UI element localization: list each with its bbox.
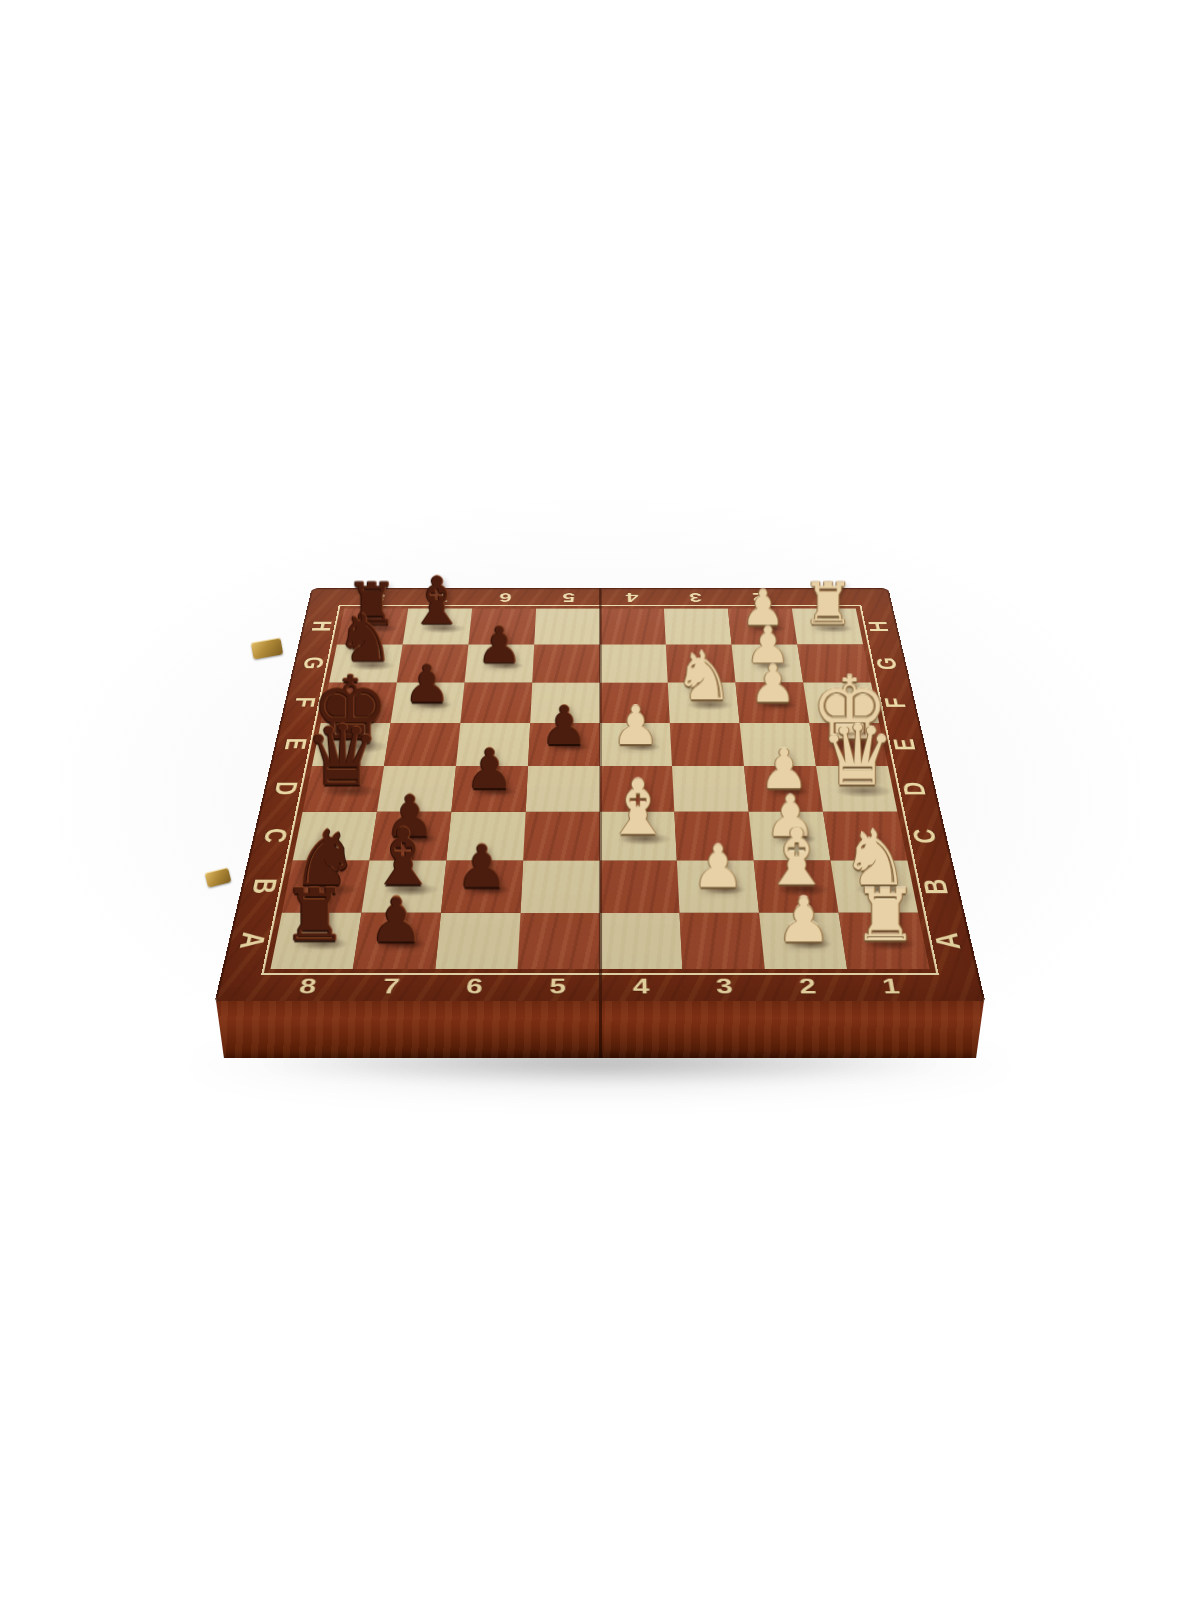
coord-top-1: 1 bbox=[805, 590, 839, 604]
chess-board: ♜♝♟♜♞♟♟♟♞♟♚♟♟♚♛♟♟♛♟♝♟♞♝♟♟♝♞♜♟♟♜ 88HH77GG… bbox=[214, 588, 985, 1003]
square-d1[interactable]: ♛ bbox=[816, 766, 897, 812]
square-e5[interactable]: ♟ bbox=[528, 723, 600, 766]
black-pawn-a7[interactable]: ♟ bbox=[369, 890, 424, 951]
square-g6[interactable]: ♟ bbox=[465, 645, 535, 683]
square-c4[interactable]: ♝ bbox=[600, 812, 677, 861]
square-a5[interactable] bbox=[518, 913, 600, 969]
white-rook-a1[interactable]: ♜ bbox=[853, 879, 918, 951]
white-queen-d1[interactable]: ♛ bbox=[820, 714, 895, 798]
coord-left-G: G bbox=[296, 654, 332, 673]
square-b5[interactable] bbox=[520, 861, 600, 913]
coord-top-3: 3 bbox=[679, 590, 712, 604]
black-pawn-d6[interactable]: ♟ bbox=[465, 742, 515, 797]
square-b4[interactable] bbox=[600, 861, 680, 913]
black-pawn-g6[interactable]: ♟ bbox=[477, 620, 522, 670]
white-knight-f3[interactable]: ♞ bbox=[674, 643, 734, 710]
square-a3[interactable] bbox=[680, 913, 765, 969]
square-h4[interactable] bbox=[600, 609, 666, 645]
coord-bottom-3: 3 bbox=[703, 974, 747, 999]
coord-right-G: G bbox=[869, 654, 905, 673]
square-g5[interactable] bbox=[532, 645, 600, 683]
square-c5[interactable] bbox=[523, 812, 600, 861]
square-d8[interactable]: ♛ bbox=[303, 766, 384, 812]
black-pawn-b6[interactable]: ♟ bbox=[456, 838, 509, 897]
coord-top-7: 7 bbox=[425, 590, 459, 604]
coord-top-2: 2 bbox=[742, 590, 776, 604]
black-queen-d8[interactable]: ♛ bbox=[305, 714, 380, 798]
square-h1[interactable]: ♜ bbox=[792, 609, 863, 645]
black-pawn-e5[interactable]: ♟ bbox=[540, 699, 588, 752]
square-a2[interactable]: ♟ bbox=[759, 913, 847, 969]
board-shadow bbox=[235, 1048, 965, 1078]
coord-top-8: 8 bbox=[361, 590, 395, 604]
white-bishop-c4[interactable]: ♝ bbox=[604, 769, 672, 845]
white-pawn-a2[interactable]: ♟ bbox=[776, 890, 831, 951]
coord-top-4: 4 bbox=[616, 590, 648, 604]
coord-bottom-6: 6 bbox=[453, 974, 497, 999]
square-f3[interactable]: ♞ bbox=[668, 683, 740, 723]
square-d3[interactable] bbox=[672, 766, 749, 812]
black-pawn-f7[interactable]: ♟ bbox=[404, 659, 451, 711]
white-pawn-e4[interactable]: ♟ bbox=[612, 699, 660, 752]
coord-right-C: C bbox=[904, 824, 945, 848]
coord-bottom-2: 2 bbox=[786, 974, 831, 999]
square-h5[interactable] bbox=[534, 609, 600, 645]
square-a6[interactable] bbox=[435, 913, 520, 969]
square-b6[interactable]: ♟ bbox=[441, 861, 523, 913]
white-pawn-b3[interactable]: ♟ bbox=[692, 838, 745, 897]
scene: ♜♝♟♜♞♟♟♟♞♟♚♟♟♚♛♟♟♛♟♝♟♞♝♟♟♝♞♜♟♟♜ 88HH77GG… bbox=[0, 0, 1200, 1600]
square-e7[interactable] bbox=[384, 723, 460, 766]
square-g4[interactable] bbox=[600, 645, 668, 683]
coord-left-D: D bbox=[266, 777, 306, 800]
coord-left-A: A bbox=[230, 927, 274, 955]
coord-right-D: D bbox=[894, 777, 934, 800]
square-h7[interactable]: ♝ bbox=[403, 609, 472, 645]
square-a4[interactable] bbox=[600, 913, 682, 969]
coord-right-H: H bbox=[861, 617, 896, 635]
coord-bottom-4: 4 bbox=[621, 974, 663, 999]
coord-left-B: B bbox=[243, 873, 286, 899]
coord-left-H: H bbox=[304, 617, 339, 635]
coord-bottom-8: 8 bbox=[285, 974, 331, 999]
square-e3[interactable] bbox=[670, 723, 744, 766]
square-f2[interactable]: ♟ bbox=[735, 683, 809, 723]
black-rook-a8[interactable]: ♜ bbox=[282, 879, 347, 951]
coord-bottom-7: 7 bbox=[369, 974, 414, 999]
coord-bottom-5: 5 bbox=[537, 974, 579, 999]
coord-bottom-1: 1 bbox=[869, 974, 915, 999]
square-a1[interactable]: ♜ bbox=[839, 913, 930, 969]
coord-right-A: A bbox=[925, 927, 969, 955]
square-f6[interactable] bbox=[460, 683, 532, 723]
square-d6[interactable]: ♟ bbox=[451, 766, 528, 812]
square-f7[interactable]: ♟ bbox=[391, 683, 465, 723]
square-d5[interactable] bbox=[526, 766, 600, 812]
white-pawn-f2[interactable]: ♟ bbox=[750, 659, 797, 711]
square-e4[interactable]: ♟ bbox=[600, 723, 672, 766]
coord-right-B: B bbox=[914, 873, 957, 899]
square-a7[interactable]: ♟ bbox=[353, 913, 441, 969]
square-b3[interactable]: ♟ bbox=[677, 861, 759, 913]
square-a8[interactable]: ♜ bbox=[270, 913, 361, 969]
coord-top-5: 5 bbox=[552, 590, 584, 604]
coord-top-6: 6 bbox=[488, 590, 521, 604]
